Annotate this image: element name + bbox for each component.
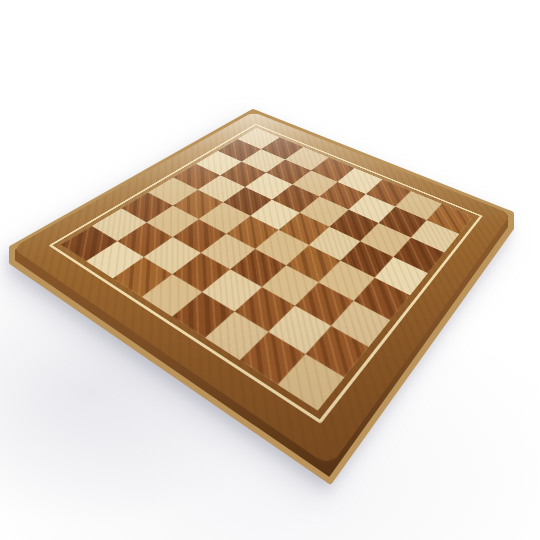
chessboard-photo-scene bbox=[0, 0, 540, 540]
